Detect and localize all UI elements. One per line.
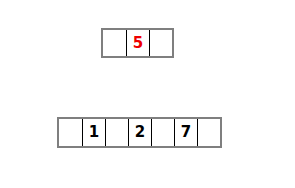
top-cell-2[interactable] xyxy=(149,30,172,56)
top-number-strip: 5 xyxy=(101,28,174,58)
bottom-cell-6[interactable] xyxy=(197,119,220,146)
bottom-cell-3[interactable]: 2 xyxy=(128,119,151,146)
bottom-cell-4[interactable] xyxy=(151,119,174,146)
top-cell-1[interactable]: 5 xyxy=(126,30,149,56)
bottom-cell-2[interactable] xyxy=(105,119,128,146)
bottom-cell-5[interactable]: 7 xyxy=(174,119,197,146)
bottom-cell-0[interactable] xyxy=(59,119,82,146)
top-cell-0[interactable] xyxy=(103,30,126,56)
puzzle-canvas: 5 1 2 7 xyxy=(0,0,295,188)
bottom-number-strip: 1 2 7 xyxy=(57,117,222,148)
bottom-cell-1[interactable]: 1 xyxy=(82,119,105,146)
